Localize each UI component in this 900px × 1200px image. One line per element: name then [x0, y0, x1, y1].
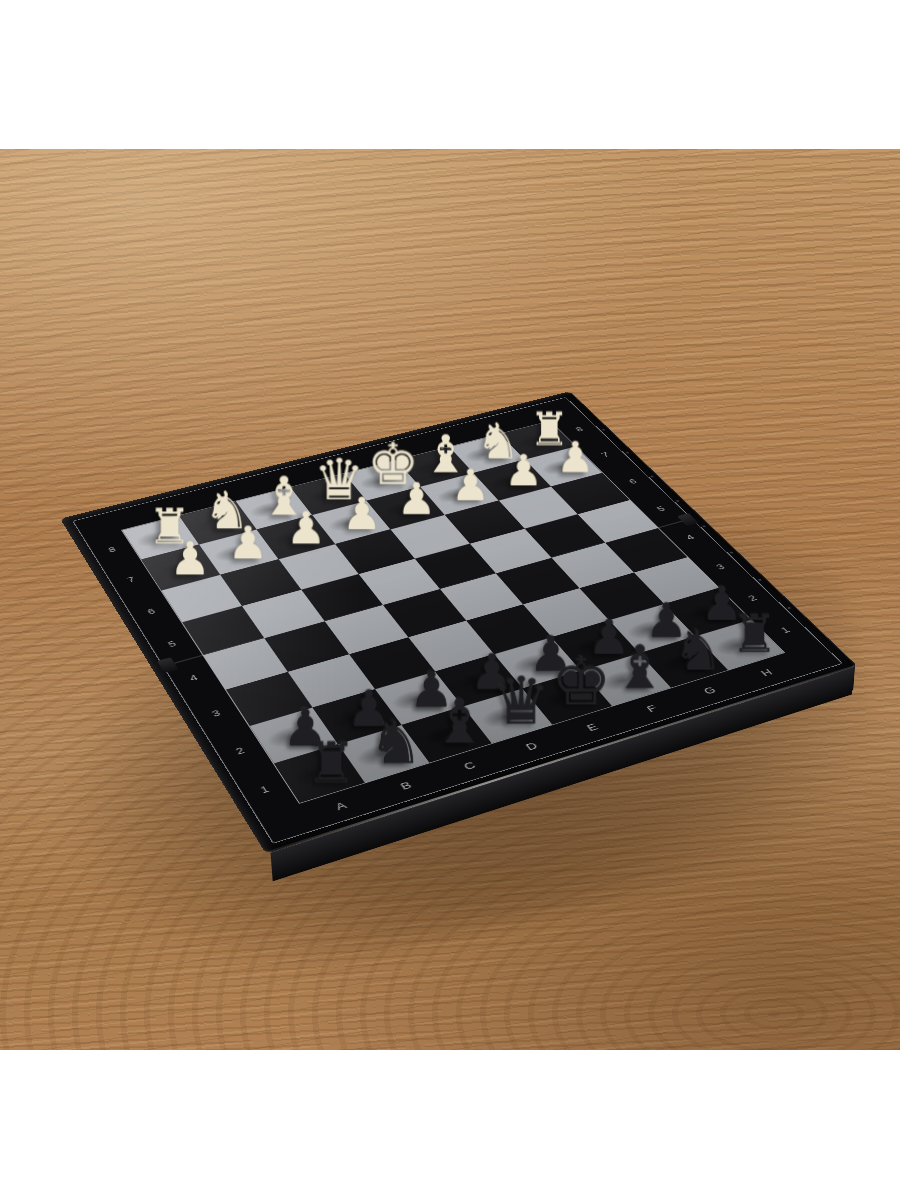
- piece-shadow: [652, 649, 708, 677]
- piece-shadow: [536, 456, 585, 478]
- piece-shadow: [621, 616, 676, 643]
- chess-board: ♜♞♝♛♚♝♞♜♟♟♟♟♟♟♟♟♟♟♟♟♟♟♟♟♜♞♝♛♚♝♞♜ ABCDEFG…: [60, 391, 857, 854]
- piece-shadow: [594, 666, 650, 695]
- file-label-h: H: [734, 659, 798, 685]
- piece-shadow: [709, 632, 764, 660]
- piece-shadow: [189, 512, 239, 536]
- piece-shadow: [414, 720, 472, 751]
- piece-shadow: [408, 457, 457, 479]
- piece-shadow: [677, 600, 731, 627]
- piece-shadow: [246, 498, 296, 521]
- piece-shadow: [475, 702, 532, 732]
- rank-label-right-4: 4: [665, 520, 717, 555]
- piece-shadow: [511, 431, 559, 452]
- piece-shadow: [132, 527, 183, 551]
- piece-shadow: [536, 684, 593, 714]
- piece-shadow: [460, 444, 508, 465]
- piece-shadow: [506, 650, 561, 678]
- piece-shadow: [286, 759, 345, 791]
- piece-shadow: [152, 556, 204, 581]
- piece-shadow: [325, 703, 382, 733]
- piece-shadow: [210, 541, 261, 566]
- piece-shadow: [301, 484, 350, 507]
- file-label-d: D: [497, 732, 566, 760]
- board-deck: ♜♞♝♛♚♝♞♜♟♟♟♟♟♟♟♟♟♟♟♟♟♟♟♟♜♞♝♛♚♝♞♜ ABCDEFG…: [72, 397, 843, 844]
- piece-shadow: [387, 685, 443, 715]
- piece-shadow: [378, 497, 428, 520]
- wooden-table-surface: ♜♞♝♛♚♝♞♜♟♟♟♟♟♟♟♟♟♟♟♟♟♟♟♟♜♞♝♛♚♝♞♜ ABCDEFG…: [0, 149, 900, 1050]
- file-label-c: C: [435, 751, 505, 780]
- square-h2: ♟: [664, 588, 750, 636]
- piece-shadow: [355, 470, 404, 492]
- piece-shadow: [431, 483, 481, 506]
- rank-label-right-7: 7: [582, 439, 630, 471]
- product-photo-stage: ♜♞♝♛♚♝♞♜♟♟♟♟♟♟♟♟♟♟♟♟♟♟♟♟♜♞♝♛♚♝♞♜ ABCDEFG…: [0, 0, 900, 1200]
- perspective-scene: ♜♞♝♛♚♝♞♜♟♟♟♟♟♟♟♟♟♟♟♟♟♟♟♟♜♞♝♛♚♝♞♜ ABCDEFG…: [0, 149, 900, 1050]
- piece-shadow: [351, 739, 409, 771]
- rank-label-right-2: 2: [725, 579, 780, 617]
- piece-shadow: [323, 512, 373, 536]
- piece-shadow: [261, 721, 318, 752]
- square-d4: [383, 589, 467, 637]
- board-case: ♜♞♝♛♚♝♞♜♟♟♟♟♟♟♟♟♟♟♟♟♟♟♟♟♜♞♝♛♚♝♞♜ ABCDEFG…: [60, 391, 857, 854]
- piece-shadow: [267, 526, 318, 550]
- piece-shadow: [484, 470, 533, 492]
- piece-shadow: [564, 633, 619, 661]
- piece-shadow: [447, 667, 503, 696]
